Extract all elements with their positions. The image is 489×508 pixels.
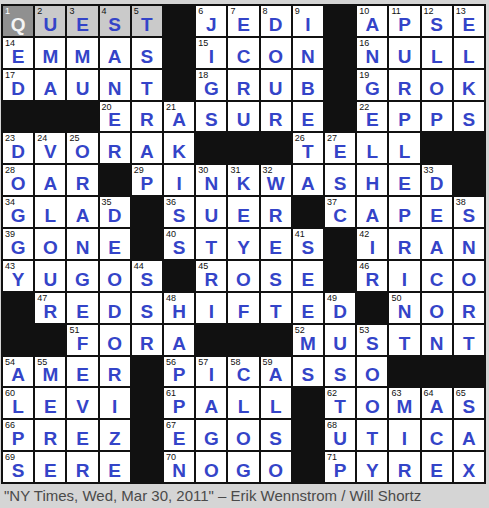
cell-r10c9[interactable]: T [261,293,291,323]
cell-r3c7[interactable]: 18G [196,70,226,100]
cell-number: 39 [5,230,15,239]
cell-number: 34 [5,198,15,207]
cell-letter: N [398,302,412,323]
cell-number: 56 [166,358,176,367]
cell-r14c11[interactable]: 68U [325,420,355,450]
cell-number: 6 [198,7,203,16]
cell-r9c2[interactable]: U [35,261,65,291]
cell-r11c11[interactable]: U [325,325,355,355]
cell-r4c7[interactable]: S [196,102,226,132]
cell-r11c14[interactable]: N [422,325,452,355]
cell-number: 23 [5,134,15,143]
cell-r1c7[interactable]: 6J [196,6,226,36]
cell-r15c15[interactable]: X [454,452,484,482]
cell-number: 2 [37,7,42,16]
cell-r7c2[interactable]: L [35,197,65,227]
cell-letter: T [205,238,217,259]
cell-r1c12[interactable]: 10A [357,6,387,36]
cell-number: 53 [359,326,369,335]
cell-letter: U [269,79,283,100]
cell-r1c3[interactable]: 3E [67,6,97,36]
cell-r8c3[interactable]: N [67,229,97,259]
cell-r6c10[interactable]: A [293,165,323,195]
cell-r3c15[interactable]: K [454,70,484,100]
cell-letter: L [431,47,443,68]
black-square [67,102,97,132]
cell-r2c7[interactable]: 15I [196,38,226,68]
cell-r7c14[interactable]: E [422,197,452,227]
cell-r4c5[interactable]: R [132,102,162,132]
cell-r10c8[interactable]: F [228,293,258,323]
cell-r13c4[interactable]: I [100,388,130,418]
cell-letter: S [173,238,186,259]
cell-letter: G [11,238,26,259]
cell-r1c4[interactable]: 4S [100,6,130,36]
cell-r13c11[interactable]: 62T [325,388,355,418]
cell-letter: A [365,206,379,227]
cell-r3c5[interactable]: T [132,70,162,100]
black-square [325,38,355,68]
cell-letter: D [430,174,444,195]
cell-r13c2[interactable]: E [35,388,65,418]
cell-letter: Q [11,15,26,36]
cell-r10c4[interactable]: D [100,293,130,323]
cell-r14c7[interactable]: G [196,420,226,450]
cell-letter: N [462,238,476,259]
cell-r14c13[interactable]: I [389,420,419,450]
cell-letter: T [463,334,475,355]
cell-letter: T [141,79,153,100]
cell-r13c9[interactable]: L [261,388,291,418]
cell-r6c2[interactable]: A [35,165,65,195]
cell-letter: L [44,206,56,227]
cell-r12c3[interactable]: E [67,357,97,387]
cell-r2c3[interactable]: M [67,38,97,68]
cell-r7c7[interactable]: U [196,197,226,227]
cell-letter: S [334,365,347,386]
cell-r8c4[interactable]: E [100,229,130,259]
cell-r15c1[interactable]: 69S [3,452,33,482]
cell-r6c5[interactable]: 29P [132,165,162,195]
cell-r9c9[interactable]: S [261,261,291,291]
cell-number: 33 [424,166,434,175]
cell-letter: N [76,238,90,259]
cell-r5c6[interactable]: K [164,133,194,163]
cell-r9c14[interactable]: C [422,261,452,291]
cell-number: 52 [295,326,305,335]
cell-r6c9[interactable]: 32W [261,165,291,195]
cell-letter: R [43,302,57,323]
cell-r1c2[interactable]: 2U [35,6,65,36]
cell-r1c13[interactable]: 11P [389,6,419,36]
cell-number: 57 [198,358,208,367]
crossword-grid: 1Q2U3E4S5T6J7E8D9I10A11P12S13E14EMMAS15I… [1,4,486,484]
black-square [196,325,226,355]
cell-r6c11[interactable]: S [325,165,355,195]
cell-r11c13[interactable]: T [389,325,419,355]
cell-r9c10[interactable]: E [293,261,323,291]
cell-r1c14[interactable]: 12S [422,6,452,36]
cell-letter: N [365,47,379,68]
cell-letter: S [463,110,476,131]
cell-r3c1[interactable]: 17D [3,70,33,100]
cell-letter: E [76,429,89,450]
cell-r13c3[interactable]: V [67,388,97,418]
cell-r5c2[interactable]: 24V [35,133,65,163]
cell-r7c6[interactable]: 36S [164,197,194,227]
cell-r15c8[interactable]: G [228,452,258,482]
cell-letter: S [302,365,315,386]
cell-number: 3 [69,7,74,16]
black-square [164,38,194,68]
cell-number: 11 [391,7,400,16]
cell-r11c4[interactable]: O [100,325,130,355]
cell-r1c10[interactable]: 9I [293,6,323,36]
cell-r6c1[interactable]: 28O [3,165,33,195]
cell-letter: A [76,206,90,227]
cell-r14c15[interactable]: A [454,420,484,450]
cell-number: 50 [391,294,401,303]
cell-r4c14[interactable]: P [422,102,452,132]
black-square [3,102,33,132]
black-square [325,102,355,132]
cell-letter: R [43,429,57,450]
cell-r7c8[interactable]: E [228,197,258,227]
cell-letter: T [141,15,153,36]
cell-r10c6[interactable]: 48H [164,293,194,323]
cell-r11c15[interactable]: T [454,325,484,355]
black-square [132,452,162,482]
cell-letter: E [366,110,379,131]
cell-r11c3[interactable]: 51F [67,325,97,355]
cell-r12c4[interactable]: R [100,357,130,387]
cell-r3c12[interactable]: 19G [357,70,387,100]
cell-letter: N [108,79,122,100]
cell-number: 67 [166,421,176,430]
cell-number: 55 [37,358,47,367]
cell-letter: A [365,15,379,36]
cell-r3c13[interactable]: R [389,70,419,100]
cell-r7c13[interactable]: P [389,197,419,227]
cell-r1c5[interactable]: 5T [132,6,162,36]
cell-letter: R [462,302,476,323]
cell-r13c14[interactable]: 64A [422,388,452,418]
cell-letter: K [462,79,476,100]
cell-letter: Y [12,270,25,291]
cell-r7c15[interactable]: 38S [454,197,484,227]
cell-letter: M [42,365,58,386]
cell-r13c6[interactable]: 61P [164,388,194,418]
cell-r10c15[interactable]: R [454,293,484,323]
cell-r9c7[interactable]: 45R [196,261,226,291]
cell-r8c9[interactable]: E [261,229,291,259]
cell-r15c4[interactable]: E [100,452,130,482]
cell-letter: X [463,461,476,482]
cell-r14c3[interactable]: E [67,420,97,450]
cell-letter: J [206,15,217,36]
cell-r10c13[interactable]: 50N [389,293,419,323]
cell-r4c15[interactable]: S [454,102,484,132]
cell-r11c12[interactable]: 53S [357,325,387,355]
cell-number: 65 [456,389,466,398]
cell-r12c10[interactable]: S [293,357,323,387]
cell-r13c8[interactable]: L [228,388,258,418]
cell-letter: P [398,15,411,36]
cell-r5c10[interactable]: 26T [293,133,323,163]
cell-r5c12[interactable]: L [357,133,387,163]
cell-r5c3[interactable]: 25O [67,133,97,163]
cell-r2c15[interactable]: L [454,38,484,68]
cell-r9c3[interactable]: G [67,261,97,291]
cell-r15c6[interactable]: 70N [164,452,194,482]
cell-r11c10[interactable]: 52M [293,325,323,355]
cell-letter: M [300,334,316,355]
cell-letter: D [333,302,347,323]
cell-r13c13[interactable]: 63M [389,388,419,418]
cell-r4c6[interactable]: 21A [164,102,194,132]
cell-r7c4[interactable]: 35D [100,197,130,227]
cell-r6c7[interactable]: 30N [196,165,226,195]
cell-r15c11[interactable]: 71P [325,452,355,482]
cell-letter: N [204,174,218,195]
cell-r5c1[interactable]: 23D [3,133,33,163]
cell-letter: E [237,206,250,227]
cell-r12c9[interactable]: 59A [261,357,291,387]
cell-r12c8[interactable]: 58C [228,357,258,387]
black-square [293,388,323,418]
cell-r2c10[interactable]: N [293,38,323,68]
cell-number: 32 [263,166,273,175]
cell-letter: E [108,110,121,131]
cell-r11c6[interactable]: A [164,325,194,355]
cell-r10c3[interactable]: E [67,293,97,323]
cell-r1c1[interactable]: 1Q [3,6,33,36]
cell-r14c14[interactable]: C [422,420,452,450]
cell-r8c2[interactable]: O [35,229,65,259]
cell-r9c13[interactable]: I [389,261,419,291]
cell-r4c4[interactable]: 20E [100,102,130,132]
cell-r2c9[interactable]: O [261,38,291,68]
cell-r12c2[interactable]: 55M [35,357,65,387]
cell-r9c12[interactable]: 46R [357,261,387,291]
cell-r10c7[interactable]: I [196,293,226,323]
cell-number: 69 [5,453,15,462]
cell-r14c8[interactable]: O [228,420,258,450]
cell-r9c4[interactable]: O [100,261,130,291]
cell-r3c4[interactable]: N [100,70,130,100]
cell-r12c1[interactable]: 54A [3,357,33,387]
cell-number: 31 [230,166,240,175]
cell-r2c14[interactable]: L [422,38,452,68]
cell-r15c14[interactable]: E [422,452,452,482]
cell-r13c1[interactable]: 60L [3,388,33,418]
cell-number: 71 [327,453,337,462]
cell-r4c10[interactable]: E [293,102,323,132]
cell-letter: S [141,270,154,291]
cell-letter: O [43,238,58,259]
cell-r14c12[interactable]: T [357,420,387,450]
cell-r11c5[interactable]: R [132,325,162,355]
cell-r14c4[interactable]: Z [100,420,130,450]
cell-r4c8[interactable]: U [228,102,258,132]
cell-r3c3[interactable]: U [67,70,97,100]
cell-letter: A [43,79,57,100]
cell-letter: Z [109,429,121,450]
cell-number: 4 [102,7,107,16]
cell-r9c1[interactable]: 43Y [3,261,33,291]
cell-r8c14[interactable]: A [422,229,452,259]
cell-r6c8[interactable]: 31K [228,165,258,195]
cell-number: 30 [198,166,208,175]
cell-r3c8[interactable]: R [228,70,258,100]
cell-r7c1[interactable]: 34G [3,197,33,227]
cell-r12c6[interactable]: 56P [164,357,194,387]
cell-letter: E [398,174,411,195]
cell-letter: E [302,270,315,291]
cell-number: 13 [456,7,466,16]
cell-r2c13[interactable]: U [389,38,419,68]
crossword-page: 1Q2U3E4S5T6J7E8D9I10A11P12S13E14EMMAS15I… [0,0,489,508]
cell-letter: S [366,334,379,355]
cell-letter: R [76,461,90,482]
cell-r2c4[interactable]: A [100,38,130,68]
cell-r15c7[interactable]: O [196,452,226,482]
cell-r15c13[interactable]: R [389,452,419,482]
cell-r3c2[interactable]: A [35,70,65,100]
cell-r1c9[interactable]: 8D [261,6,291,36]
cell-number: 20 [102,103,112,112]
cell-r14c6[interactable]: 67E [164,420,194,450]
black-square [228,325,258,355]
cell-r14c2[interactable]: R [35,420,65,450]
cell-r3c10[interactable]: B [293,70,323,100]
cell-r8c15[interactable]: N [454,229,484,259]
cell-r13c12[interactable]: O [357,388,387,418]
cell-r10c5[interactable]: S [132,293,162,323]
cell-r4c12[interactable]: 22E [357,102,387,132]
black-square [3,293,33,323]
cell-r8c1[interactable]: 39G [3,229,33,259]
cell-r8c7[interactable]: T [196,229,226,259]
cell-number: 15 [198,39,208,48]
cell-letter: G [204,79,219,100]
cell-r5c5[interactable]: A [132,133,162,163]
cell-r1c15[interactable]: 13E [454,6,484,36]
cell-letter: F [77,334,89,355]
cell-r15c3[interactable]: R [67,452,97,482]
cell-r5c11[interactable]: 27E [325,133,355,163]
cell-r2c2[interactable]: M [35,38,65,68]
cell-r12c11[interactable]: S [325,357,355,387]
cell-r6c12[interactable]: H [357,165,387,195]
cell-r7c9[interactable]: R [261,197,291,227]
cell-r13c15[interactable]: 65S [454,388,484,418]
cell-r6c13[interactable]: E [389,165,419,195]
cell-r5c4[interactable]: R [100,133,130,163]
cell-r9c8[interactable]: O [228,261,258,291]
cell-r10c10[interactable]: E [293,293,323,323]
cell-r3c14[interactable]: O [422,70,452,100]
cell-r13c7[interactable]: A [196,388,226,418]
cell-r6c3[interactable]: R [67,165,97,195]
cell-r10c11[interactable]: 49D [325,293,355,323]
cell-r2c8[interactable]: C [228,38,258,68]
cell-letter: E [430,206,443,227]
black-square [100,165,130,195]
cell-r2c12[interactable]: 16N [357,38,387,68]
cell-r2c5[interactable]: S [132,38,162,68]
cell-letter: U [398,47,412,68]
cell-r15c2[interactable]: E [35,452,65,482]
cell-r6c14[interactable]: 33D [422,165,452,195]
cell-letter: P [334,461,347,482]
cell-letter: I [209,365,214,386]
cell-r8c6[interactable]: 40S [164,229,194,259]
cell-letter: O [107,334,122,355]
cell-letter: R [269,110,283,131]
cell-letter: L [463,47,475,68]
cell-r8c8[interactable]: Y [228,229,258,259]
cell-r9c5[interactable]: 44S [132,261,162,291]
cell-letter: I [402,270,407,291]
cell-letter: O [429,79,444,100]
cell-letter: E [269,238,282,259]
cell-r4c13[interactable]: P [389,102,419,132]
cell-number: 44 [134,262,144,271]
cell-r5c13[interactable]: L [389,133,419,163]
cell-letter: A [301,174,315,195]
cell-r15c12[interactable]: Y [357,452,387,482]
cell-r12c12[interactable]: O [357,357,387,387]
cell-letter: O [429,302,444,323]
cell-letter: E [76,365,89,386]
cell-letter: N [172,461,186,482]
cell-r1c8[interactable]: 7E [228,6,258,36]
cell-number: 43 [5,262,15,271]
cell-number: 5 [134,7,139,16]
cell-letter: G [204,429,219,450]
cell-letter: K [172,142,186,163]
cell-r7c3[interactable]: A [67,197,97,227]
cell-r6c6[interactable]: I [164,165,194,195]
cell-r3c9[interactable]: U [261,70,291,100]
cell-r10c2[interactable]: 47R [35,293,65,323]
black-square [35,102,65,132]
cell-r9c15[interactable]: O [454,261,484,291]
cell-r10c14[interactable]: O [422,293,452,323]
cell-r8c10[interactable]: 41S [293,229,323,259]
cell-r8c13[interactable]: R [389,229,419,259]
cell-r7c12[interactable]: A [357,197,387,227]
cell-r12c7[interactable]: 57I [196,357,226,387]
cell-r15c9[interactable]: O [261,452,291,482]
cell-r2c1[interactable]: 14E [3,38,33,68]
cell-r7c11[interactable]: 37C [325,197,355,227]
cell-letter: H [365,174,379,195]
cell-number: 40 [166,230,176,239]
cell-letter: R [365,270,379,291]
cell-letter: P [12,429,25,450]
cell-r8c12[interactable]: 42I [357,229,387,259]
cell-letter: D [269,15,283,36]
cell-r14c9[interactable]: S [261,420,291,450]
cell-r14c1[interactable]: 66P [3,420,33,450]
cell-number: 37 [327,198,337,207]
cell-number: 64 [424,389,434,398]
black-square [196,133,226,163]
cell-r4c9[interactable]: R [261,102,291,132]
cell-letter: E [430,461,443,482]
